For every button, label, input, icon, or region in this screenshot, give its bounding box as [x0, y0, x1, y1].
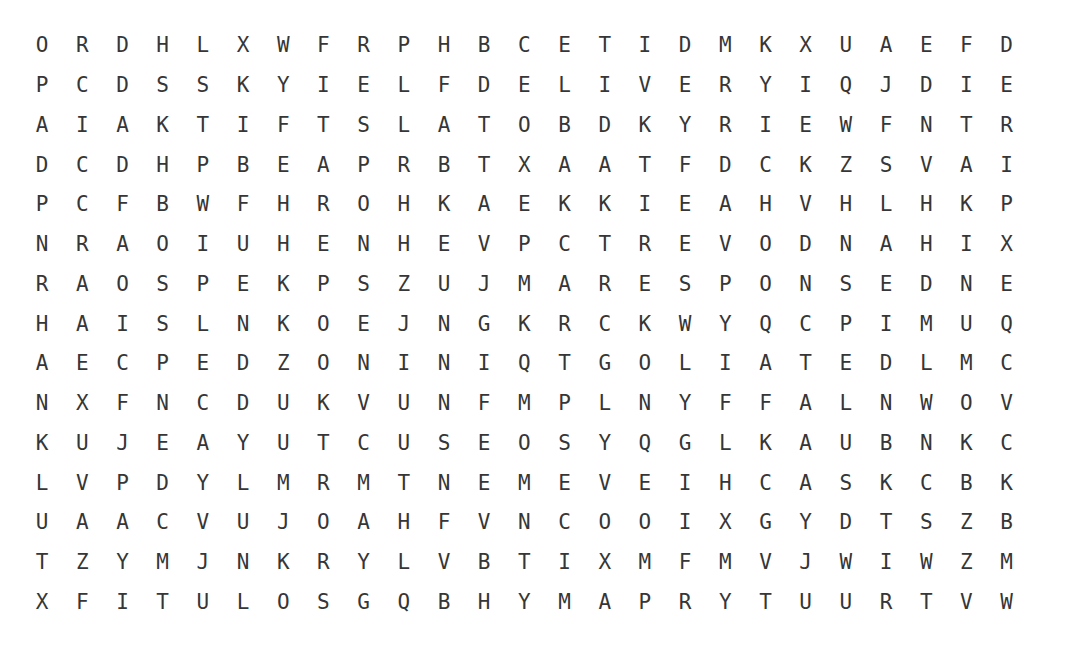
grid-cell[interactable]: K: [263, 304, 303, 344]
grid-cell[interactable]: O: [625, 344, 665, 384]
grid-cell[interactable]: I: [102, 583, 142, 623]
grid-cell[interactable]: Z: [263, 344, 303, 384]
grid-cell[interactable]: E: [625, 265, 665, 305]
grid-cell[interactable]: Y: [263, 66, 303, 106]
grid-cell[interactable]: C: [62, 145, 102, 185]
grid-cell[interactable]: V: [183, 503, 223, 543]
grid-cell[interactable]: I: [585, 66, 625, 106]
grid-cell[interactable]: I: [946, 66, 986, 106]
grid-cell[interactable]: T: [544, 344, 584, 384]
grid-cell[interactable]: B: [544, 106, 584, 146]
grid-cell[interactable]: T: [22, 543, 62, 583]
grid-cell[interactable]: V: [745, 543, 785, 583]
grid-cell[interactable]: T: [906, 583, 946, 623]
grid-cell[interactable]: K: [987, 463, 1027, 503]
grid-cell[interactable]: P: [625, 583, 665, 623]
grid-cell[interactable]: M: [906, 304, 946, 344]
grid-cell[interactable]: H: [384, 185, 424, 225]
grid-cell[interactable]: J: [102, 424, 142, 464]
grid-cell[interactable]: C: [987, 344, 1027, 384]
grid-cell[interactable]: F: [303, 26, 343, 66]
grid-cell[interactable]: Q: [745, 304, 785, 344]
grid-cell[interactable]: S: [826, 463, 866, 503]
grid-cell[interactable]: O: [585, 503, 625, 543]
grid-cell[interactable]: A: [102, 225, 142, 265]
grid-cell[interactable]: X: [705, 503, 745, 543]
grid-cell[interactable]: H: [906, 185, 946, 225]
grid-cell[interactable]: T: [585, 26, 625, 66]
grid-cell[interactable]: A: [786, 424, 826, 464]
grid-cell[interactable]: A: [424, 106, 464, 146]
grid-cell[interactable]: T: [866, 503, 906, 543]
grid-cell[interactable]: F: [745, 384, 785, 424]
grid-cell[interactable]: N: [866, 384, 906, 424]
grid-cell[interactable]: M: [263, 463, 303, 503]
grid-cell[interactable]: H: [745, 185, 785, 225]
grid-cell[interactable]: O: [625, 503, 665, 543]
grid-cell[interactable]: R: [625, 225, 665, 265]
grid-cell[interactable]: D: [223, 384, 263, 424]
grid-cell[interactable]: S: [665, 265, 705, 305]
grid-cell[interactable]: K: [946, 185, 986, 225]
grid-cell[interactable]: Z: [384, 265, 424, 305]
grid-cell[interactable]: G: [344, 583, 384, 623]
grid-cell[interactable]: T: [183, 106, 223, 146]
grid-cell[interactable]: U: [826, 583, 866, 623]
grid-cell[interactable]: M: [705, 26, 745, 66]
grid-cell[interactable]: Z: [946, 543, 986, 583]
grid-cell[interactable]: L: [544, 66, 584, 106]
grid-cell[interactable]: R: [22, 265, 62, 305]
grid-cell[interactable]: K: [786, 145, 826, 185]
grid-cell[interactable]: I: [946, 225, 986, 265]
grid-cell[interactable]: N: [906, 424, 946, 464]
grid-cell[interactable]: A: [464, 185, 504, 225]
grid-cell[interactable]: I: [987, 145, 1027, 185]
grid-cell[interactable]: X: [22, 583, 62, 623]
grid-cell[interactable]: F: [946, 26, 986, 66]
grid-cell[interactable]: L: [22, 463, 62, 503]
grid-cell[interactable]: F: [223, 185, 263, 225]
grid-cell[interactable]: U: [223, 225, 263, 265]
grid-cell[interactable]: I: [665, 463, 705, 503]
grid-cell[interactable]: J: [866, 66, 906, 106]
grid-cell[interactable]: R: [866, 583, 906, 623]
grid-cell[interactable]: X: [585, 543, 625, 583]
grid-cell[interactable]: N: [424, 304, 464, 344]
grid-cell[interactable]: W: [906, 384, 946, 424]
grid-cell[interactable]: B: [424, 583, 464, 623]
grid-cell[interactable]: D: [906, 265, 946, 305]
grid-cell[interactable]: X: [62, 384, 102, 424]
grid-cell[interactable]: Q: [987, 304, 1027, 344]
grid-cell[interactable]: G: [745, 503, 785, 543]
grid-cell[interactable]: I: [625, 185, 665, 225]
grid-cell[interactable]: T: [745, 583, 785, 623]
grid-cell[interactable]: C: [544, 225, 584, 265]
grid-cell[interactable]: R: [303, 463, 343, 503]
grid-cell[interactable]: I: [866, 543, 906, 583]
grid-cell[interactable]: N: [906, 106, 946, 146]
grid-cell[interactable]: Y: [102, 543, 142, 583]
grid-cell[interactable]: I: [303, 66, 343, 106]
grid-cell[interactable]: S: [344, 106, 384, 146]
grid-cell[interactable]: E: [786, 106, 826, 146]
grid-cell[interactable]: E: [665, 225, 705, 265]
grid-cell[interactable]: M: [625, 543, 665, 583]
grid-cell[interactable]: J: [786, 543, 826, 583]
grid-cell[interactable]: E: [625, 463, 665, 503]
grid-cell[interactable]: K: [223, 66, 263, 106]
grid-cell[interactable]: D: [223, 344, 263, 384]
grid-cell[interactable]: G: [585, 344, 625, 384]
grid-cell[interactable]: K: [263, 265, 303, 305]
grid-cell[interactable]: L: [223, 583, 263, 623]
grid-cell[interactable]: D: [102, 145, 142, 185]
grid-cell[interactable]: K: [745, 424, 785, 464]
grid-cell[interactable]: M: [987, 543, 1027, 583]
grid-cell[interactable]: P: [22, 66, 62, 106]
grid-cell[interactable]: O: [303, 503, 343, 543]
grid-cell[interactable]: K: [303, 384, 343, 424]
grid-cell[interactable]: N: [344, 344, 384, 384]
grid-cell[interactable]: T: [585, 225, 625, 265]
grid-cell[interactable]: K: [263, 543, 303, 583]
grid-cell[interactable]: O: [22, 26, 62, 66]
grid-cell[interactable]: H: [143, 26, 183, 66]
grid-cell[interactable]: A: [786, 384, 826, 424]
grid-cell[interactable]: I: [866, 304, 906, 344]
grid-cell[interactable]: C: [62, 185, 102, 225]
grid-cell[interactable]: K: [143, 106, 183, 146]
grid-cell[interactable]: E: [866, 265, 906, 305]
grid-cell[interactable]: O: [504, 424, 544, 464]
grid-cell[interactable]: Y: [786, 503, 826, 543]
grid-cell[interactable]: E: [987, 66, 1027, 106]
grid-cell[interactable]: C: [906, 463, 946, 503]
grid-cell[interactable]: I: [625, 26, 665, 66]
grid-cell[interactable]: W: [826, 543, 866, 583]
grid-cell[interactable]: N: [424, 344, 464, 384]
grid-cell[interactable]: T: [504, 543, 544, 583]
grid-cell[interactable]: O: [263, 583, 303, 623]
grid-cell[interactable]: C: [786, 304, 826, 344]
grid-cell[interactable]: W: [987, 583, 1027, 623]
grid-cell[interactable]: V: [786, 185, 826, 225]
grid-cell[interactable]: D: [786, 225, 826, 265]
grid-cell[interactable]: B: [143, 185, 183, 225]
grid-cell[interactable]: L: [826, 384, 866, 424]
grid-cell[interactable]: E: [424, 225, 464, 265]
grid-cell[interactable]: H: [464, 583, 504, 623]
grid-cell[interactable]: U: [62, 424, 102, 464]
grid-cell[interactable]: J: [464, 265, 504, 305]
grid-cell[interactable]: T: [946, 106, 986, 146]
grid-cell[interactable]: G: [464, 304, 504, 344]
grid-cell[interactable]: X: [223, 26, 263, 66]
grid-cell[interactable]: S: [544, 424, 584, 464]
grid-cell[interactable]: A: [705, 185, 745, 225]
grid-cell[interactable]: C: [585, 304, 625, 344]
grid-cell[interactable]: T: [384, 463, 424, 503]
grid-cell[interactable]: R: [62, 225, 102, 265]
grid-cell[interactable]: K: [625, 304, 665, 344]
grid-cell[interactable]: B: [464, 26, 504, 66]
grid-cell[interactable]: N: [946, 265, 986, 305]
grid-cell[interactable]: K: [946, 424, 986, 464]
grid-cell[interactable]: T: [303, 424, 343, 464]
grid-cell[interactable]: F: [424, 66, 464, 106]
grid-cell[interactable]: N: [344, 225, 384, 265]
grid-cell[interactable]: Y: [745, 66, 785, 106]
grid-cell[interactable]: J: [263, 503, 303, 543]
grid-cell[interactable]: C: [544, 503, 584, 543]
grid-cell[interactable]: C: [143, 503, 183, 543]
grid-cell[interactable]: H: [826, 185, 866, 225]
grid-cell[interactable]: B: [424, 145, 464, 185]
grid-cell[interactable]: I: [544, 543, 584, 583]
grid-cell[interactable]: K: [585, 185, 625, 225]
grid-cell[interactable]: W: [183, 185, 223, 225]
grid-cell[interactable]: I: [665, 503, 705, 543]
grid-cell[interactable]: P: [303, 265, 343, 305]
grid-cell[interactable]: P: [705, 265, 745, 305]
grid-cell[interactable]: B: [223, 145, 263, 185]
grid-cell[interactable]: H: [263, 225, 303, 265]
grid-cell[interactable]: L: [384, 66, 424, 106]
grid-cell[interactable]: D: [102, 26, 142, 66]
grid-cell[interactable]: T: [303, 106, 343, 146]
grid-cell[interactable]: K: [424, 185, 464, 225]
grid-cell[interactable]: E: [987, 265, 1027, 305]
grid-cell[interactable]: N: [223, 304, 263, 344]
grid-cell[interactable]: V: [946, 583, 986, 623]
grid-cell[interactable]: E: [464, 424, 504, 464]
grid-cell[interactable]: T: [786, 344, 826, 384]
grid-cell[interactable]: R: [544, 304, 584, 344]
grid-cell[interactable]: Q: [625, 424, 665, 464]
grid-cell[interactable]: D: [665, 26, 705, 66]
grid-cell[interactable]: R: [665, 583, 705, 623]
grid-cell[interactable]: P: [826, 304, 866, 344]
grid-cell[interactable]: A: [62, 304, 102, 344]
grid-cell[interactable]: E: [544, 26, 584, 66]
grid-cell[interactable]: E: [665, 185, 705, 225]
grid-cell[interactable]: N: [22, 384, 62, 424]
grid-cell[interactable]: J: [384, 304, 424, 344]
grid-cell[interactable]: R: [987, 106, 1027, 146]
grid-cell[interactable]: S: [344, 265, 384, 305]
grid-cell[interactable]: Q: [504, 344, 544, 384]
grid-cell[interactable]: M: [504, 265, 544, 305]
grid-cell[interactable]: R: [303, 543, 343, 583]
grid-cell[interactable]: Y: [705, 304, 745, 344]
grid-cell[interactable]: A: [62, 265, 102, 305]
grid-cell[interactable]: S: [183, 66, 223, 106]
grid-cell[interactable]: U: [384, 384, 424, 424]
grid-cell[interactable]: M: [504, 463, 544, 503]
grid-cell[interactable]: N: [786, 265, 826, 305]
grid-cell[interactable]: E: [143, 424, 183, 464]
grid-cell[interactable]: P: [504, 225, 544, 265]
grid-cell[interactable]: D: [143, 463, 183, 503]
grid-cell[interactable]: S: [303, 583, 343, 623]
grid-cell[interactable]: O: [102, 265, 142, 305]
grid-cell[interactable]: K: [544, 185, 584, 225]
grid-cell[interactable]: R: [585, 265, 625, 305]
grid-cell[interactable]: F: [102, 185, 142, 225]
grid-cell[interactable]: A: [786, 463, 826, 503]
grid-cell[interactable]: O: [344, 185, 384, 225]
grid-cell[interactable]: E: [344, 66, 384, 106]
grid-cell[interactable]: P: [22, 185, 62, 225]
grid-cell[interactable]: D: [987, 26, 1027, 66]
grid-cell[interactable]: V: [464, 225, 504, 265]
grid-cell[interactable]: M: [504, 384, 544, 424]
grid-cell[interactable]: A: [866, 225, 906, 265]
grid-cell[interactable]: F: [705, 384, 745, 424]
grid-cell[interactable]: L: [223, 463, 263, 503]
grid-cell[interactable]: L: [183, 304, 223, 344]
grid-cell[interactable]: G: [665, 424, 705, 464]
grid-cell[interactable]: A: [544, 145, 584, 185]
grid-cell[interactable]: P: [183, 145, 223, 185]
grid-cell[interactable]: C: [987, 424, 1027, 464]
grid-cell[interactable]: C: [62, 66, 102, 106]
grid-cell[interactable]: U: [22, 503, 62, 543]
grid-cell[interactable]: N: [625, 384, 665, 424]
grid-cell[interactable]: B: [866, 424, 906, 464]
grid-cell[interactable]: U: [384, 424, 424, 464]
grid-cell[interactable]: C: [183, 384, 223, 424]
grid-cell[interactable]: E: [544, 463, 584, 503]
grid-cell[interactable]: A: [946, 145, 986, 185]
grid-cell[interactable]: I: [223, 106, 263, 146]
grid-cell[interactable]: F: [665, 145, 705, 185]
grid-cell[interactable]: A: [344, 503, 384, 543]
grid-cell[interactable]: E: [303, 225, 343, 265]
grid-cell[interactable]: M: [143, 543, 183, 583]
grid-cell[interactable]: E: [62, 344, 102, 384]
grid-cell[interactable]: M: [544, 583, 584, 623]
grid-cell[interactable]: N: [826, 225, 866, 265]
grid-cell[interactable]: D: [22, 145, 62, 185]
grid-cell[interactable]: Y: [344, 543, 384, 583]
grid-cell[interactable]: S: [826, 265, 866, 305]
grid-cell[interactable]: V: [705, 225, 745, 265]
grid-cell[interactable]: U: [946, 304, 986, 344]
grid-cell[interactable]: Y: [665, 106, 705, 146]
grid-cell[interactable]: T: [464, 145, 504, 185]
grid-cell[interactable]: Z: [62, 543, 102, 583]
grid-cell[interactable]: A: [22, 106, 62, 146]
grid-cell[interactable]: O: [303, 344, 343, 384]
grid-cell[interactable]: L: [183, 26, 223, 66]
grid-cell[interactable]: Y: [705, 583, 745, 623]
grid-cell[interactable]: V: [625, 66, 665, 106]
grid-cell[interactable]: Q: [826, 66, 866, 106]
grid-cell[interactable]: M: [705, 543, 745, 583]
grid-cell[interactable]: C: [102, 344, 142, 384]
grid-cell[interactable]: Y: [183, 463, 223, 503]
grid-cell[interactable]: E: [464, 463, 504, 503]
grid-cell[interactable]: D: [102, 66, 142, 106]
grid-cell[interactable]: J: [183, 543, 223, 583]
grid-cell[interactable]: C: [504, 26, 544, 66]
grid-cell[interactable]: I: [464, 344, 504, 384]
grid-cell[interactable]: L: [384, 543, 424, 583]
grid-cell[interactable]: R: [705, 66, 745, 106]
grid-cell[interactable]: F: [665, 543, 705, 583]
grid-cell[interactable]: W: [906, 543, 946, 583]
grid-cell[interactable]: K: [866, 463, 906, 503]
grid-cell[interactable]: R: [62, 26, 102, 66]
grid-cell[interactable]: F: [102, 384, 142, 424]
grid-cell[interactable]: A: [102, 106, 142, 146]
grid-cell[interactable]: I: [745, 106, 785, 146]
grid-cell[interactable]: D: [906, 66, 946, 106]
grid-cell[interactable]: N: [223, 543, 263, 583]
grid-cell[interactable]: L: [665, 344, 705, 384]
grid-cell[interactable]: D: [866, 344, 906, 384]
grid-cell[interactable]: P: [143, 344, 183, 384]
grid-cell[interactable]: K: [745, 26, 785, 66]
grid-cell[interactable]: W: [263, 26, 303, 66]
grid-cell[interactable]: I: [384, 344, 424, 384]
grid-cell[interactable]: I: [183, 225, 223, 265]
grid-cell[interactable]: I: [786, 66, 826, 106]
grid-cell[interactable]: Y: [223, 424, 263, 464]
grid-cell[interactable]: S: [143, 66, 183, 106]
grid-cell[interactable]: Z: [826, 145, 866, 185]
grid-cell[interactable]: D: [826, 503, 866, 543]
grid-cell[interactable]: O: [143, 225, 183, 265]
grid-cell[interactable]: W: [826, 106, 866, 146]
grid-cell[interactable]: A: [303, 145, 343, 185]
grid-cell[interactable]: P: [102, 463, 142, 503]
grid-cell[interactable]: H: [906, 225, 946, 265]
grid-cell[interactable]: X: [504, 145, 544, 185]
grid-cell[interactable]: H: [705, 463, 745, 503]
grid-cell[interactable]: Y: [585, 424, 625, 464]
grid-cell[interactable]: B: [946, 463, 986, 503]
grid-cell[interactable]: U: [183, 583, 223, 623]
grid-cell[interactable]: N: [504, 503, 544, 543]
grid-cell[interactable]: X: [786, 26, 826, 66]
grid-cell[interactable]: N: [22, 225, 62, 265]
grid-cell[interactable]: L: [866, 185, 906, 225]
grid-cell[interactable]: Q: [384, 583, 424, 623]
grid-cell[interactable]: U: [424, 265, 464, 305]
grid-cell[interactable]: Z: [946, 503, 986, 543]
grid-cell[interactable]: D: [464, 66, 504, 106]
grid-cell[interactable]: T: [464, 106, 504, 146]
grid-cell[interactable]: K: [22, 424, 62, 464]
grid-cell[interactable]: H: [143, 145, 183, 185]
grid-cell[interactable]: X: [987, 225, 1027, 265]
grid-cell[interactable]: C: [344, 424, 384, 464]
grid-cell[interactable]: K: [625, 106, 665, 146]
grid-cell[interactable]: T: [143, 583, 183, 623]
grid-cell[interactable]: O: [303, 304, 343, 344]
grid-cell[interactable]: V: [424, 543, 464, 583]
grid-cell[interactable]: C: [745, 463, 785, 503]
grid-cell[interactable]: O: [745, 265, 785, 305]
grid-cell[interactable]: S: [143, 265, 183, 305]
grid-cell[interactable]: D: [585, 106, 625, 146]
grid-cell[interactable]: O: [504, 106, 544, 146]
grid-cell[interactable]: E: [183, 344, 223, 384]
